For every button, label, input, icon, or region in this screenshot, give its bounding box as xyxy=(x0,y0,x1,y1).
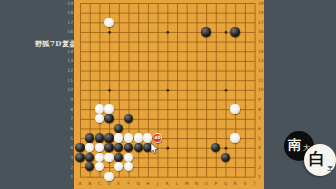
stone-white-G5[interactable] xyxy=(134,133,143,142)
column-label-L: L xyxy=(172,181,182,186)
stone-white-D1[interactable] xyxy=(104,172,113,181)
column-label-S: S xyxy=(240,181,250,186)
column-label-C: C xyxy=(95,181,105,186)
stone-white-D3[interactable] xyxy=(104,153,113,162)
column-label-F: F xyxy=(124,181,134,186)
stone-white-C4[interactable] xyxy=(95,143,104,152)
column-label-O: O xyxy=(201,181,211,186)
stone-black-F4[interactable] xyxy=(124,143,133,152)
column-label-P: P xyxy=(211,181,221,186)
row-label-left-2: 2 xyxy=(65,165,73,170)
column-label-N: N xyxy=(192,181,202,186)
column-label-M: M xyxy=(182,181,192,186)
column-label-K: K xyxy=(162,181,172,186)
stone-black-A3[interactable] xyxy=(75,153,84,162)
channel-logo: 南 大 白 王 xyxy=(264,0,336,189)
row-label-left-15: 15 xyxy=(65,39,73,44)
stone-black-O16[interactable] xyxy=(201,27,210,36)
logo-white-subchar: 王 xyxy=(328,165,334,172)
row-label-left-9: 9 xyxy=(65,97,73,102)
stone-white-E5[interactable] xyxy=(114,133,123,142)
stone-white-C2[interactable] xyxy=(95,162,104,171)
column-label-G: G xyxy=(133,181,143,186)
stone-white-F2[interactable] xyxy=(124,162,133,171)
stone-white-H5[interactable] xyxy=(143,133,152,142)
stone-white-F5[interactable] xyxy=(124,133,133,142)
stone-black-B3[interactable] xyxy=(85,153,94,162)
stone-black-D4[interactable] xyxy=(104,143,113,152)
stone-black-P4[interactable] xyxy=(211,143,220,152)
right-panel: 南 大 白 王 xyxy=(264,0,336,189)
stone-black-E6[interactable] xyxy=(114,124,123,133)
column-label-B: B xyxy=(85,181,95,186)
row-label-left-1: 1 xyxy=(65,174,73,179)
left-panel: 野狐7D复盘 xyxy=(0,0,74,189)
row-label-left-18: 18 xyxy=(65,10,73,15)
logo-black-char: 南 xyxy=(288,136,301,154)
row-label-left-14: 14 xyxy=(65,49,73,54)
stone-white-R8[interactable] xyxy=(230,104,239,113)
stone-black-B5[interactable] xyxy=(85,133,94,142)
row-label-left-5: 5 xyxy=(65,136,73,141)
stone-black-D5[interactable] xyxy=(104,133,113,142)
go-board[interactable]: 40 1919181817171616151514141313121211111… xyxy=(74,0,264,189)
stone-black-F7[interactable] xyxy=(124,114,133,123)
row-label-left-10: 10 xyxy=(65,87,73,92)
column-label-D: D xyxy=(104,181,114,186)
stone-white-J5[interactable]: 40 xyxy=(153,133,162,142)
row-label-left-11: 11 xyxy=(65,78,73,83)
row-label-left-17: 17 xyxy=(65,20,73,25)
stone-white-B4[interactable] xyxy=(85,143,94,152)
column-label-T: T xyxy=(250,181,260,186)
mouse-cursor xyxy=(150,143,159,155)
stone-white-D8[interactable] xyxy=(104,104,113,113)
row-label-left-4: 4 xyxy=(65,145,73,150)
stone-black-E4[interactable] xyxy=(114,143,123,152)
column-label-A: A xyxy=(75,181,85,186)
logo-white-stone: 白 王 xyxy=(304,144,336,176)
row-label-left-16: 16 xyxy=(65,29,73,34)
row-label-left-8: 8 xyxy=(65,107,73,112)
row-label-left-3: 3 xyxy=(65,155,73,160)
stone-white-R5[interactable] xyxy=(230,133,239,142)
row-label-left-13: 13 xyxy=(65,58,73,63)
stone-white-E2[interactable] xyxy=(114,162,123,171)
app-screen: 野狐7D复盘 40 191918181717161615151414131312… xyxy=(0,0,336,189)
stone-white-F3[interactable] xyxy=(124,153,133,162)
stone-black-C5[interactable] xyxy=(95,133,104,142)
stone-black-B2[interactable] xyxy=(85,162,94,171)
stone-black-A4[interactable] xyxy=(75,143,84,152)
stone-white-D17[interactable] xyxy=(104,18,113,27)
stones-layer: 40 xyxy=(75,0,259,182)
stone-white-C7[interactable] xyxy=(95,114,104,123)
column-label-E: E xyxy=(114,181,124,186)
row-label-left-6: 6 xyxy=(65,126,73,131)
column-label-Q: Q xyxy=(221,181,231,186)
logo-white-char: 白 xyxy=(309,149,325,170)
stone-white-C8[interactable] xyxy=(95,104,104,113)
column-label-H: H xyxy=(143,181,153,186)
last-move-badge: 40 xyxy=(154,134,162,142)
stone-black-E3[interactable] xyxy=(114,153,123,162)
row-label-left-19: 19 xyxy=(65,1,73,6)
row-label-left-7: 7 xyxy=(65,116,73,121)
stone-black-R16[interactable] xyxy=(230,27,239,36)
column-label-R: R xyxy=(230,181,240,186)
row-label-left-12: 12 xyxy=(65,68,73,73)
stone-black-Q3[interactable] xyxy=(221,153,230,162)
stone-black-D7[interactable] xyxy=(104,114,113,123)
stone-white-C3[interactable] xyxy=(95,153,104,162)
column-label-J: J xyxy=(153,181,163,186)
stone-black-G4[interactable] xyxy=(134,143,143,152)
